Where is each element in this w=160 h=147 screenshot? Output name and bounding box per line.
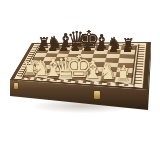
border-corner	[135, 85, 142, 88]
chess-set-photo: ♜♞♝♛♚♝♞♜♟♟♟♟♟♟♟♟♟♟♟♟♟♟♟♟♜♞♝♛♚♝♞♜	[0, 0, 160, 147]
border-corner	[15, 77, 20, 79]
brass-latch-front-left	[14, 83, 18, 89]
square-g1	[100, 76, 116, 82]
brass-latch-front-center	[94, 91, 100, 99]
border-corner	[139, 44, 145, 46]
border-corner	[34, 44, 39, 45]
square-f1	[85, 75, 101, 81]
square-h1	[115, 77, 132, 83]
